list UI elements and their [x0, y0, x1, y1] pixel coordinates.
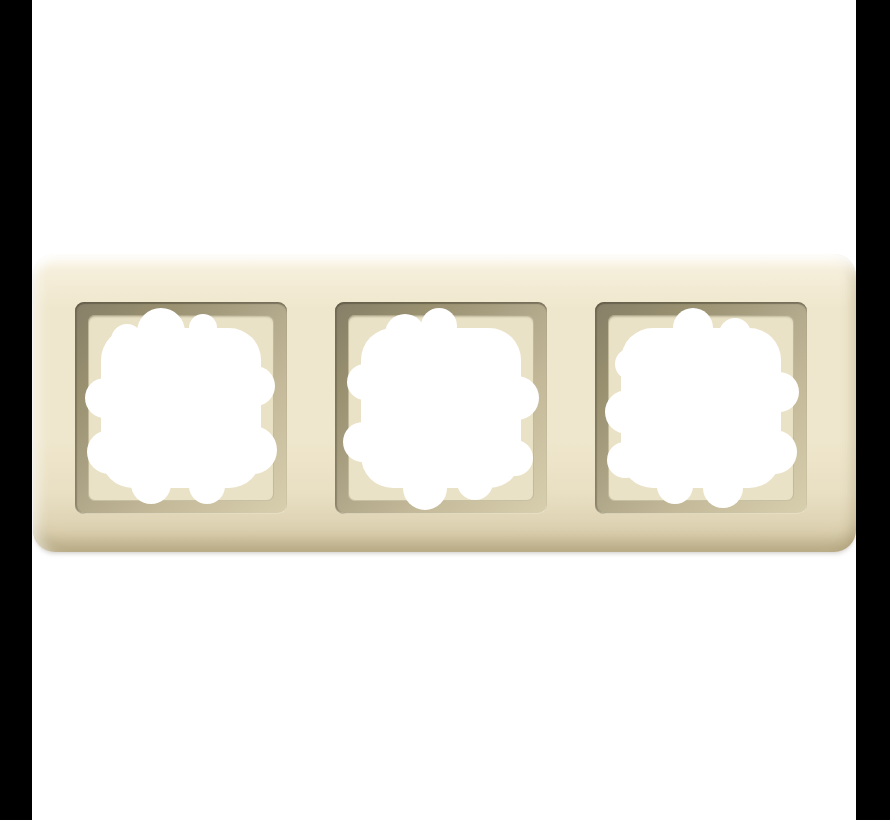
frame-opening-1: [75, 302, 287, 514]
switch-cover-frame: [33, 254, 856, 552]
right-black-bar: [856, 0, 890, 820]
product-photo: [0, 0, 890, 820]
frame-opening-3: [595, 302, 807, 514]
opening-cutout: [595, 302, 807, 514]
opening-cutout: [335, 302, 547, 514]
left-black-bar: [0, 0, 32, 820]
opening-cutout: [75, 302, 287, 514]
frame-opening-2: [335, 302, 547, 514]
